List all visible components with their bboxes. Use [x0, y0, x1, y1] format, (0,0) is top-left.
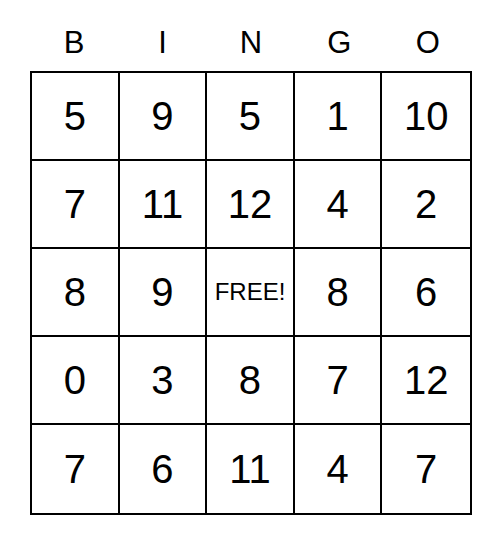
cell-r2c0[interactable]: 8 [32, 249, 120, 337]
cell-r1c2[interactable]: 12 [207, 161, 295, 249]
cell-r4c2[interactable]: 11 [207, 425, 295, 513]
cell-r1c0[interactable]: 7 [32, 161, 120, 249]
bingo-card: B I N G O 5 9 5 1 10 7 11 12 4 2 8 9 FRE… [0, 0, 501, 544]
cell-r1c3[interactable]: 4 [295, 161, 383, 249]
cell-r4c1[interactable]: 6 [120, 425, 208, 513]
cell-r4c0[interactable]: 7 [32, 425, 120, 513]
cell-r3c0[interactable]: 0 [32, 337, 120, 425]
header-letter-o: O [384, 20, 472, 66]
cell-r0c1[interactable]: 9 [120, 73, 208, 161]
cell-r3c1[interactable]: 3 [120, 337, 208, 425]
bingo-header: B I N G O [30, 20, 472, 66]
cell-r1c1[interactable]: 11 [120, 161, 208, 249]
header-letter-g: G [295, 20, 383, 66]
cell-r2c1[interactable]: 9 [120, 249, 208, 337]
cell-r2c4[interactable]: 6 [382, 249, 470, 337]
cell-r0c0[interactable]: 5 [32, 73, 120, 161]
free-cell[interactable]: FREE! [207, 249, 295, 337]
cell-r4c4[interactable]: 7 [382, 425, 470, 513]
cell-r1c4[interactable]: 2 [382, 161, 470, 249]
cell-r0c4[interactable]: 10 [382, 73, 470, 161]
header-letter-i: I [118, 20, 206, 66]
header-letter-n: N [207, 20, 295, 66]
header-letter-b: B [30, 20, 118, 66]
cell-r3c4[interactable]: 12 [382, 337, 470, 425]
cell-r4c3[interactable]: 4 [295, 425, 383, 513]
cell-r3c3[interactable]: 7 [295, 337, 383, 425]
cell-r2c3[interactable]: 8 [295, 249, 383, 337]
cell-r0c2[interactable]: 5 [207, 73, 295, 161]
cell-r0c3[interactable]: 1 [295, 73, 383, 161]
cell-r3c2[interactable]: 8 [207, 337, 295, 425]
bingo-board: 5 9 5 1 10 7 11 12 4 2 8 9 FREE! 8 6 0 3… [30, 71, 472, 515]
